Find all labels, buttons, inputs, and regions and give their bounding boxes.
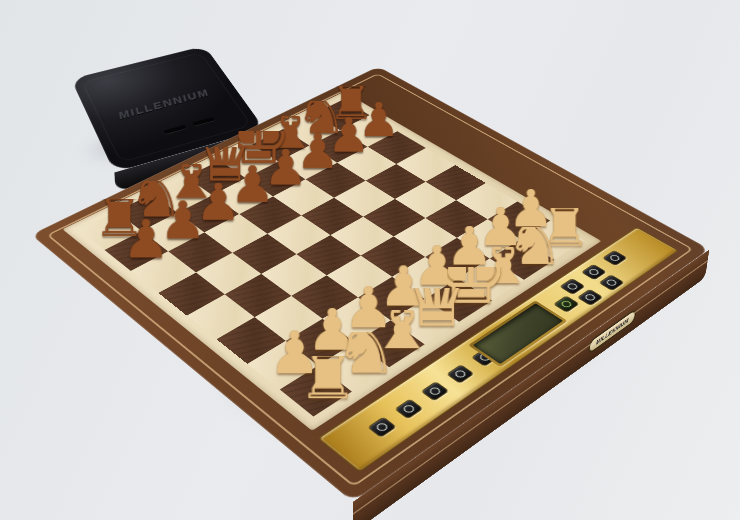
panel-button[interactable] bbox=[559, 278, 585, 295]
circle-icon bbox=[402, 404, 417, 414]
chess-computer-board: ♜♞♝♛♚♝♞♜♟♟♟♟♟♟♟♟♟♟♟♟♟♟♟♟♜♞♝♛♚♝♞♜ MILLENN… bbox=[31, 67, 709, 502]
square: ♟ bbox=[392, 257, 458, 299]
circle-icon bbox=[428, 386, 442, 396]
square bbox=[225, 274, 292, 317]
square bbox=[204, 214, 267, 253]
panel-green-button-slot bbox=[553, 295, 580, 313]
panel-button[interactable] bbox=[446, 364, 475, 384]
panel-button[interactable] bbox=[420, 381, 449, 401]
panel-button[interactable] bbox=[471, 348, 499, 367]
board-top-face: ♜♞♝♛♚♝♞♜♟♟♟♟♟♟♟♟♟♟♟♟♟♟♟♟♜♞♝♛♚♝♞♜ bbox=[31, 67, 709, 502]
circle-icon bbox=[375, 422, 390, 433]
circle-icon bbox=[478, 352, 492, 362]
panel-button[interactable] bbox=[581, 264, 607, 281]
circle-icon bbox=[608, 254, 621, 262]
panel-button[interactable] bbox=[367, 416, 397, 438]
panel-button[interactable] bbox=[598, 274, 624, 291]
circle-icon bbox=[587, 268, 600, 276]
circle-icon bbox=[583, 293, 596, 302]
circle-icon bbox=[566, 282, 579, 291]
circle-icon bbox=[605, 278, 618, 286]
product-photo-stage: MILLENNIUM ♜♞♝♛♚♝♞♜♟♟♟♟♟♟♟♟♟♟♟♟♟♟♟♟♜♞♝♛♚… bbox=[0, 0, 740, 520]
circle-icon bbox=[560, 300, 574, 309]
board-scene: ♜♞♝♛♚♝♞♜♟♟♟♟♟♟♟♟♟♟♟♟♟♟♟♟♜♞♝♛♚♝♞♜ MILLENN… bbox=[0, 0, 740, 520]
panel-button[interactable] bbox=[394, 399, 423, 420]
panel-button[interactable] bbox=[577, 289, 604, 306]
panel-button-row-right-bottom bbox=[577, 274, 625, 306]
panel-button[interactable] bbox=[553, 295, 580, 313]
circle-icon bbox=[453, 369, 467, 379]
chess-board-grid: ♜♞♝♛♚♝♞♜♟♟♟♟♟♟♟♟♟♟♟♟♟♟♟♟♜♞♝♛♚♝♞♜ bbox=[79, 100, 584, 417]
panel-button[interactable] bbox=[602, 250, 628, 266]
